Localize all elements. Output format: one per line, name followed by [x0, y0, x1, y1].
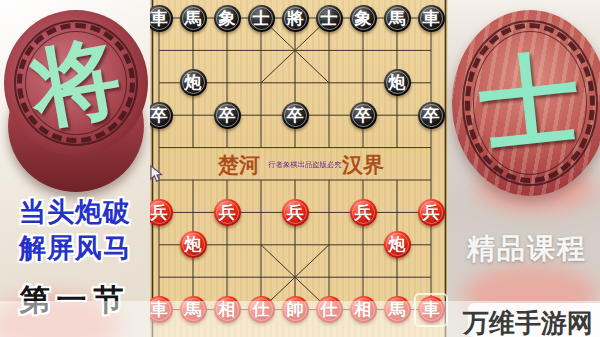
decor-general-piece: 将	[0, 8, 150, 196]
lesson-title-line2: 解屏风马	[2, 230, 148, 266]
piece-red-soldier[interactable]: 兵	[418, 199, 445, 226]
piece-glyph: 士	[253, 10, 270, 27]
piece-black-general[interactable]: 將	[282, 5, 309, 32]
piece-glyph: 將	[287, 10, 304, 27]
piece-glyph: 炮	[389, 236, 406, 253]
piece-glyph: 炮	[185, 74, 202, 91]
left-panel: 将 当头炮破 解屏风马 第一节	[0, 0, 150, 337]
piece-red-soldier[interactable]: 兵	[282, 199, 309, 226]
piece-glyph: 卒	[287, 107, 304, 124]
piece-glyph: 炮	[389, 74, 406, 91]
piece-glyph: 象	[219, 10, 236, 27]
piece-glyph: 兵	[151, 204, 168, 221]
piece-black-elephant[interactable]: 象	[350, 5, 377, 32]
piece-black-horse[interactable]: 馬	[384, 5, 411, 32]
xiangqi-board[interactable]: 楚河 汉界 行者象棋出品盗版必究 車馬象士將士象馬車炮炮卒卒卒卒卒兵兵兵兵兵炮炮…	[150, 0, 448, 337]
piece-glyph: 車	[151, 10, 168, 27]
right-panel: 士 精品课程	[448, 0, 600, 337]
piece-black-horse[interactable]: 馬	[180, 5, 207, 32]
piece-red-soldier[interactable]: 兵	[214, 199, 241, 226]
piece-black-cannon[interactable]: 炮	[180, 69, 207, 96]
piece-glyph: 象	[355, 10, 372, 27]
piece-glyph: 兵	[355, 204, 372, 221]
piece-black-chariot[interactable]: 車	[418, 5, 445, 32]
piece-glyph: 車	[423, 10, 440, 27]
piece-glyph: 卒	[219, 107, 236, 124]
piece-glyph: 兵	[219, 204, 236, 221]
piece-red-cannon[interactable]: 炮	[384, 231, 411, 258]
piece-black-elephant[interactable]: 象	[214, 5, 241, 32]
piece-black-soldier[interactable]: 卒	[350, 102, 377, 129]
piece-red-cannon[interactable]: 炮	[180, 231, 207, 258]
site-brand-watermark: 万维手游网	[458, 306, 598, 337]
piece-glyph: 卒	[355, 107, 372, 124]
course-quality-label: 精品课程	[454, 230, 600, 268]
lesson-title-line1: 当头炮破	[2, 194, 148, 230]
piece-glyph: 士	[321, 10, 338, 27]
piece-glyph: 馬	[185, 10, 202, 27]
piece-glyph: 炮	[185, 236, 202, 253]
piece-black-advisor[interactable]: 士	[248, 5, 275, 32]
piece-glyph: 兵	[287, 204, 304, 221]
mouse-cursor-icon	[149, 165, 163, 183]
decor-advisor-piece: 士	[452, 10, 600, 202]
piece-black-soldier[interactable]: 卒	[418, 102, 445, 129]
piece-black-advisor[interactable]: 士	[316, 5, 343, 32]
piece-glyph: 卒	[423, 107, 440, 124]
piece-face-wood: 士	[452, 10, 600, 196]
piece-glyph: 兵	[423, 204, 440, 221]
advisor-glyph: 士	[443, 2, 600, 203]
pieces-layer: 車馬象士將士象馬車炮炮卒卒卒卒卒兵兵兵兵兵炮炮車馬相仕帥仕相馬車	[142, 2, 448, 326]
piece-black-soldier[interactable]: 卒	[214, 102, 241, 129]
piece-face-wood: 将	[4, 10, 148, 156]
piece-black-cannon[interactable]: 炮	[384, 69, 411, 96]
piece-glyph: 馬	[389, 10, 406, 27]
piece-red-soldier[interactable]: 兵	[350, 199, 377, 226]
piece-black-soldier[interactable]: 卒	[282, 102, 309, 129]
xiangqi-lesson-screen: 楚河 汉界 行者象棋出品盗版必究 車馬象士將士象馬車炮炮卒卒卒卒卒兵兵兵兵兵炮炮…	[0, 0, 600, 337]
general-glyph: 将	[0, 0, 160, 167]
